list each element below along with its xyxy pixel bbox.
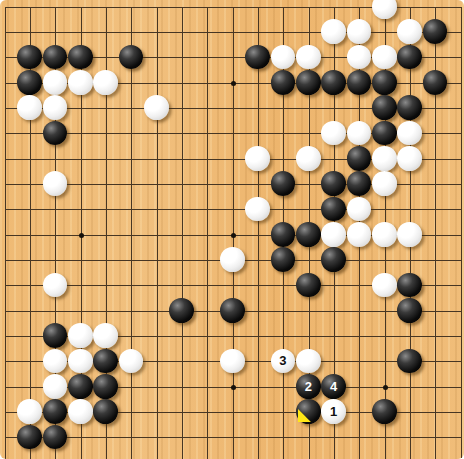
stone-black	[321, 70, 346, 95]
stone-white	[397, 19, 422, 44]
stone-white	[271, 45, 296, 70]
stone-white	[321, 222, 346, 247]
stone-black	[397, 298, 422, 323]
stone-white	[321, 121, 346, 146]
stone-white	[93, 323, 118, 348]
stone-black	[296, 70, 321, 95]
grid-line	[5, 437, 462, 438]
stone-white	[43, 273, 68, 298]
stone-black	[372, 399, 397, 424]
stone-black	[43, 425, 68, 450]
stone-black: 2	[296, 374, 321, 399]
stone-white	[68, 323, 93, 348]
stone-white	[245, 146, 270, 171]
stone-white	[43, 95, 68, 120]
stone-white	[372, 171, 397, 196]
stone-white	[372, 45, 397, 70]
stone-black	[372, 95, 397, 120]
stone-black	[397, 45, 422, 70]
stone-white	[372, 222, 397, 247]
stone-white	[296, 45, 321, 70]
stone-black	[68, 374, 93, 399]
stone-black	[43, 121, 68, 146]
stone-black	[321, 197, 346, 222]
stone-black	[271, 171, 296, 196]
stone-black	[93, 374, 118, 399]
stone-black	[372, 70, 397, 95]
stone-white	[68, 70, 93, 95]
stone-white	[245, 197, 270, 222]
stone-white	[17, 399, 42, 424]
stone-white	[144, 95, 169, 120]
stone-black	[321, 171, 346, 196]
stone-white	[372, 0, 397, 19]
stone-black	[423, 70, 448, 95]
stone-white	[220, 349, 245, 374]
stone-white	[347, 121, 372, 146]
stone-black	[245, 45, 270, 70]
stone-black: 4	[321, 374, 346, 399]
stone-black	[347, 146, 372, 171]
stone-black	[423, 19, 448, 44]
stone-black	[119, 45, 144, 70]
stone-black	[43, 323, 68, 348]
stone-black	[296, 399, 321, 424]
grid-line	[157, 7, 158, 459]
star-point	[231, 385, 236, 390]
stone-white	[296, 146, 321, 171]
grid-line	[461, 7, 462, 459]
stone-black	[68, 45, 93, 70]
grid-line	[258, 7, 259, 459]
stone-black	[43, 45, 68, 70]
stone-white	[68, 399, 93, 424]
stone-white	[296, 349, 321, 374]
stone-black	[43, 399, 68, 424]
stone-black	[220, 298, 245, 323]
stone-white	[347, 19, 372, 44]
stone-black	[397, 273, 422, 298]
star-point	[383, 385, 388, 390]
stone-white	[220, 247, 245, 272]
grid-line	[131, 7, 132, 459]
stone-black	[93, 349, 118, 374]
stone-white	[43, 349, 68, 374]
stone-white	[372, 273, 397, 298]
grid-line	[5, 7, 6, 459]
stone-white	[17, 95, 42, 120]
stone-white	[321, 19, 346, 44]
stone-white	[347, 222, 372, 247]
stone-black	[321, 247, 346, 272]
stone-white	[372, 146, 397, 171]
stone-white	[43, 171, 68, 196]
move-number-label: 3	[279, 354, 286, 367]
stone-black	[296, 222, 321, 247]
go-board[interactable]: 3241	[0, 0, 464, 459]
move-number-label: 2	[305, 380, 312, 393]
stone-white	[347, 45, 372, 70]
stone-white	[119, 349, 144, 374]
stone-white	[43, 70, 68, 95]
move-number-label: 1	[330, 405, 337, 418]
stone-black	[397, 349, 422, 374]
stone-white: 3	[271, 349, 296, 374]
stone-black	[347, 70, 372, 95]
stone-black	[372, 121, 397, 146]
stone-white	[397, 121, 422, 146]
stone-black	[17, 425, 42, 450]
grid-line	[182, 7, 183, 459]
stone-black	[296, 273, 321, 298]
grid-line	[207, 7, 208, 459]
stone-black	[93, 399, 118, 424]
go-board-app: 3241	[0, 0, 464, 459]
stone-white	[68, 349, 93, 374]
star-point	[231, 233, 236, 238]
stone-white	[43, 374, 68, 399]
grid-line	[5, 209, 462, 210]
stone-black	[347, 171, 372, 196]
triangle-marker-icon	[298, 408, 312, 422]
stone-white	[397, 146, 422, 171]
stone-white	[93, 70, 118, 95]
stone-black	[271, 70, 296, 95]
stone-black	[397, 95, 422, 120]
star-point	[79, 233, 84, 238]
stone-black	[17, 45, 42, 70]
stone-white	[347, 197, 372, 222]
stone-white	[397, 222, 422, 247]
grid-line	[5, 32, 462, 33]
stone-black	[271, 222, 296, 247]
move-number-label: 4	[330, 380, 337, 393]
star-point	[231, 81, 236, 86]
stone-black	[271, 247, 296, 272]
stone-black	[17, 70, 42, 95]
stone-black	[169, 298, 194, 323]
stone-white: 1	[321, 399, 346, 424]
